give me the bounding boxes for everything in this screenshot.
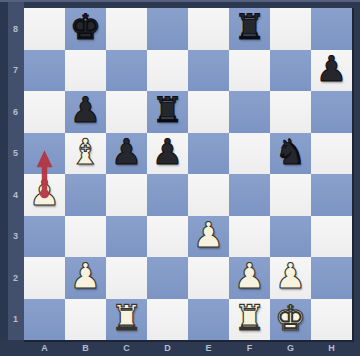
chess-board[interactable]: ♚♜♟♟♜♝♟♟♞♟♟♟♟♟♜♜♚: [24, 8, 354, 342]
square-f4[interactable]: [229, 174, 270, 216]
rank-label-6: 6: [0, 91, 22, 133]
square-h5[interactable]: [311, 133, 352, 175]
square-h6[interactable]: [311, 91, 352, 133]
square-e7[interactable]: [188, 50, 229, 92]
square-c7[interactable]: [106, 50, 147, 92]
square-g4[interactable]: [270, 174, 311, 216]
square-f8[interactable]: ♜: [229, 8, 270, 50]
white-bishop[interactable]: ♝: [70, 135, 101, 170]
square-b7[interactable]: [65, 50, 106, 92]
square-a7[interactable]: [24, 50, 65, 92]
square-d3[interactable]: [147, 216, 188, 258]
square-a3[interactable]: [24, 216, 65, 258]
square-b1[interactable]: [65, 299, 106, 341]
file-labels: ABCDEFGH: [24, 340, 352, 356]
rank-label-5: 5: [0, 133, 22, 175]
square-g8[interactable]: [270, 8, 311, 50]
square-g1[interactable]: ♚: [270, 299, 311, 341]
black-pawn[interactable]: ♟: [316, 52, 347, 87]
square-g6[interactable]: [270, 91, 311, 133]
file-label-d: D: [147, 340, 188, 356]
file-label-c: C: [106, 340, 147, 356]
chess-app-window: 87654321 ♚♜♟♟♜♝♟♟♞♟♟♟♟♟♜♜♚ ABCDEFGH: [0, 0, 360, 356]
white-pawn[interactable]: ♟: [70, 259, 101, 294]
square-g5[interactable]: ♞: [270, 133, 311, 175]
black-knight[interactable]: ♞: [275, 135, 306, 170]
square-c5[interactable]: ♟: [106, 133, 147, 175]
black-rook[interactable]: ♜: [152, 93, 183, 128]
white-rook[interactable]: ♜: [111, 301, 142, 336]
file-label-h: H: [311, 340, 352, 356]
square-e3[interactable]: ♟: [188, 216, 229, 258]
square-e8[interactable]: [188, 8, 229, 50]
square-e4[interactable]: [188, 174, 229, 216]
square-f6[interactable]: [229, 91, 270, 133]
white-king[interactable]: ♚: [275, 301, 306, 336]
file-label-a: A: [24, 340, 65, 356]
square-h8[interactable]: [311, 8, 352, 50]
rank-label-1: 1: [0, 299, 22, 341]
square-h3[interactable]: [311, 216, 352, 258]
square-g2[interactable]: ♟: [270, 257, 311, 299]
window-top-highlight: [0, 0, 360, 2]
square-g3[interactable]: [270, 216, 311, 258]
rank-label-8: 8: [0, 8, 22, 50]
rank-label-3: 3: [0, 216, 22, 258]
square-c1[interactable]: ♜: [106, 299, 147, 341]
square-f5[interactable]: [229, 133, 270, 175]
square-b8[interactable]: ♚: [65, 8, 106, 50]
square-b6[interactable]: ♟: [65, 91, 106, 133]
square-e6[interactable]: [188, 91, 229, 133]
square-f3[interactable]: [229, 216, 270, 258]
white-pawn[interactable]: ♟: [29, 176, 60, 211]
square-c4[interactable]: [106, 174, 147, 216]
square-h1[interactable]: [311, 299, 352, 341]
square-c8[interactable]: [106, 8, 147, 50]
square-h7[interactable]: ♟: [311, 50, 352, 92]
square-c3[interactable]: [106, 216, 147, 258]
square-f1[interactable]: ♜: [229, 299, 270, 341]
square-a8[interactable]: [24, 8, 65, 50]
square-b2[interactable]: ♟: [65, 257, 106, 299]
square-c6[interactable]: [106, 91, 147, 133]
square-d7[interactable]: [147, 50, 188, 92]
square-f7[interactable]: [229, 50, 270, 92]
square-d1[interactable]: [147, 299, 188, 341]
black-pawn[interactable]: ♟: [111, 135, 142, 170]
square-d6[interactable]: ♜: [147, 91, 188, 133]
square-a6[interactable]: [24, 91, 65, 133]
square-d5[interactable]: ♟: [147, 133, 188, 175]
square-a4[interactable]: ♟: [24, 174, 65, 216]
black-pawn[interactable]: ♟: [152, 135, 183, 170]
black-rook[interactable]: ♜: [234, 10, 265, 45]
square-a1[interactable]: [24, 299, 65, 341]
square-h4[interactable]: [311, 174, 352, 216]
square-h2[interactable]: [311, 257, 352, 299]
white-pawn[interactable]: ♟: [234, 259, 265, 294]
square-g7[interactable]: [270, 50, 311, 92]
square-c2[interactable]: [106, 257, 147, 299]
file-label-b: B: [65, 340, 106, 356]
square-b3[interactable]: [65, 216, 106, 258]
file-label-f: F: [229, 340, 270, 356]
square-e5[interactable]: [188, 133, 229, 175]
file-label-e: E: [188, 340, 229, 356]
square-f2[interactable]: ♟: [229, 257, 270, 299]
square-a2[interactable]: [24, 257, 65, 299]
white-rook[interactable]: ♜: [234, 301, 265, 336]
rank-label-2: 2: [0, 257, 22, 299]
square-d8[interactable]: [147, 8, 188, 50]
white-pawn[interactable]: ♟: [275, 259, 306, 294]
square-b5[interactable]: ♝: [65, 133, 106, 175]
square-e1[interactable]: [188, 299, 229, 341]
square-e2[interactable]: [188, 257, 229, 299]
file-label-g: G: [270, 340, 311, 356]
black-king[interactable]: ♚: [70, 10, 101, 45]
black-pawn[interactable]: ♟: [70, 93, 101, 128]
rank-label-4: 4: [0, 174, 22, 216]
square-d4[interactable]: [147, 174, 188, 216]
square-d2[interactable]: [147, 257, 188, 299]
rank-labels: 87654321: [0, 8, 22, 340]
square-b4[interactable]: [65, 174, 106, 216]
square-a5[interactable]: [24, 133, 65, 175]
white-pawn[interactable]: ♟: [193, 218, 224, 253]
rank-label-7: 7: [0, 50, 22, 92]
